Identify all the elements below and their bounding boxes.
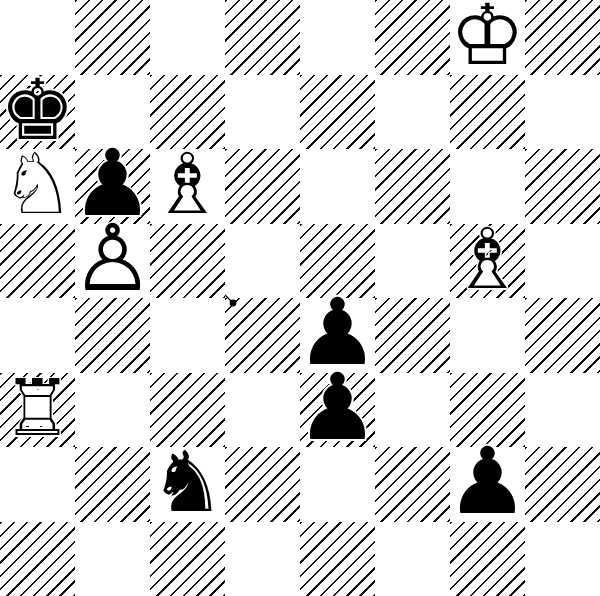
square-e6[interactable] [300,149,375,224]
square-a4[interactable] [0,298,75,373]
chess-board: ♚♔♚♞♘♟♝♗♟♙♝♗♟♜♖♟♞♟ [0,0,600,596]
square-e1[interactable] [300,522,375,596]
square-e4[interactable]: ♟ [300,298,375,373]
square-d8[interactable] [225,0,300,75]
black-pawn-b6: ♟ [75,149,150,224]
square-f4[interactable] [375,298,450,373]
square-b3[interactable] [75,373,150,448]
square-c6[interactable]: ♝♗ [150,149,225,224]
square-g2[interactable]: ♟ [450,447,525,522]
white-pawn-b5: ♟♙ [75,224,150,299]
black-king-icon: ♚ [0,68,75,152]
square-h4[interactable] [525,298,600,373]
square-c5[interactable] [150,224,225,299]
square-b4[interactable] [75,298,150,373]
square-d3[interactable] [225,373,300,448]
square-a6[interactable]: ♞♘ [0,149,75,224]
square-h2[interactable] [525,447,600,522]
chess-diagram: ♚♔♚♞♘♟♝♗♟♙♝♗♟♜♖♟♞♟ [0,0,600,596]
square-h8[interactable] [525,0,600,75]
black-knight-c2: ♞ [150,447,225,522]
black-king-a7: ♚ [0,75,75,150]
black-pawn-g2: ♟ [450,447,525,522]
square-g3[interactable] [450,373,525,448]
square-d4[interactable] [225,298,300,373]
square-g4[interactable] [450,298,525,373]
square-b7[interactable] [75,75,150,150]
square-h1[interactable] [525,522,600,596]
black-pawn-icon: ♟ [71,138,153,230]
square-a2[interactable] [0,447,75,522]
white-rook-icon: ♖ [3,369,73,447]
square-c3[interactable] [150,373,225,448]
square-b1[interactable] [75,522,150,596]
square-f6[interactable] [375,149,450,224]
white-pawn-icon: ♙ [71,213,153,305]
white-bishop-g5: ♝♗ [450,224,525,299]
white-bishop-icon: ♗ [150,143,225,227]
square-h5[interactable] [525,224,600,299]
square-g7[interactable] [450,75,525,150]
rook-fill: ♜ [3,369,73,447]
square-c7[interactable] [150,75,225,150]
square-c4[interactable] [150,298,225,373]
square-h7[interactable] [525,75,600,150]
king-fill: ♚ [450,0,525,78]
square-f3[interactable] [375,373,450,448]
square-e7[interactable] [300,75,375,150]
square-d7[interactable] [225,75,300,150]
square-b6[interactable]: ♟ [75,149,150,224]
square-a7[interactable]: ♚ [0,75,75,150]
square-d1[interactable] [225,522,300,596]
bishop-fill: ♝ [450,217,525,301]
white-bishop-icon: ♗ [450,217,525,301]
square-b2[interactable] [75,447,150,522]
white-knight-a6: ♞♘ [0,149,75,224]
square-c8[interactable] [150,0,225,75]
square-d6[interactable] [225,149,300,224]
square-b8[interactable] [75,0,150,75]
white-rook-a3: ♜♖ [0,373,75,448]
white-king-g8: ♚♔ [450,0,525,75]
square-a3[interactable]: ♜♖ [0,373,75,448]
knight-fill: ♞ [0,143,75,227]
square-a5[interactable] [0,224,75,299]
black-pawn-icon: ♟ [296,287,378,379]
black-pawn-e3: ♟ [300,373,375,448]
square-d5[interactable] [225,224,300,299]
pawn-fill: ♟ [71,213,153,305]
square-e2[interactable] [300,447,375,522]
white-knight-icon: ♘ [0,143,75,227]
square-b5[interactable]: ♟♙ [75,224,150,299]
square-h6[interactable] [525,149,600,224]
square-f7[interactable] [375,75,450,150]
white-king-icon: ♔ [450,0,525,78]
square-f2[interactable] [375,447,450,522]
white-bishop-c6: ♝♗ [150,149,225,224]
square-d2[interactable] [225,447,300,522]
black-pawn-e4: ♟ [300,298,375,373]
square-g1[interactable] [450,522,525,596]
black-knight-icon: ♞ [150,441,225,525]
square-h3[interactable] [525,373,600,448]
black-pawn-icon: ♟ [296,362,378,454]
square-a8[interactable] [0,0,75,75]
square-g5[interactable]: ♝♗ [450,224,525,299]
square-a1[interactable] [0,522,75,596]
square-e5[interactable] [300,224,375,299]
square-c2[interactable]: ♞ [150,447,225,522]
square-f8[interactable] [375,0,450,75]
square-e3[interactable]: ♟ [300,373,375,448]
square-g6[interactable] [450,149,525,224]
square-c1[interactable] [150,522,225,596]
square-e8[interactable] [300,0,375,75]
bishop-fill: ♝ [150,143,225,227]
black-pawn-icon: ♟ [446,436,528,528]
square-f5[interactable] [375,224,450,299]
square-f1[interactable] [375,522,450,596]
square-g8[interactable]: ♚♔ [450,0,525,75]
